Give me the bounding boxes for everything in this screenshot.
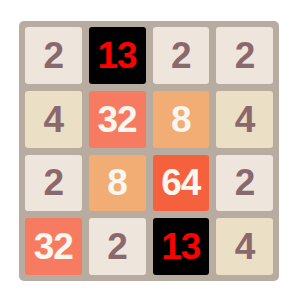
tile-r2c3: 8	[153, 91, 210, 148]
tile-r3c3: 64	[153, 155, 210, 212]
tile-r4c3: 13	[153, 218, 210, 275]
page-background: 2 13 2 2 4 32 8 4 2 8 64 2 32 2 13 4	[0, 0, 300, 300]
tile-r2c2: 32	[89, 91, 146, 148]
tile-r2c4: 4	[216, 91, 273, 148]
tile-r3c2: 8	[89, 155, 146, 212]
tile-r1c3: 2	[153, 27, 210, 84]
tile-r4c4: 4	[216, 218, 273, 275]
tile-r2c1: 4	[25, 91, 82, 148]
tile-r1c4: 2	[216, 27, 273, 84]
tile-r3c4: 2	[216, 155, 273, 212]
tile-r1c1: 2	[25, 27, 82, 84]
tile-r1c2: 13	[89, 27, 146, 84]
tile-r4c2: 2	[89, 218, 146, 275]
tile-r4c1: 32	[25, 218, 82, 275]
tile-r3c1: 2	[25, 155, 82, 212]
game-board-2048[interactable]: 2 13 2 2 4 32 8 4 2 8 64 2 32 2 13 4	[19, 21, 279, 281]
